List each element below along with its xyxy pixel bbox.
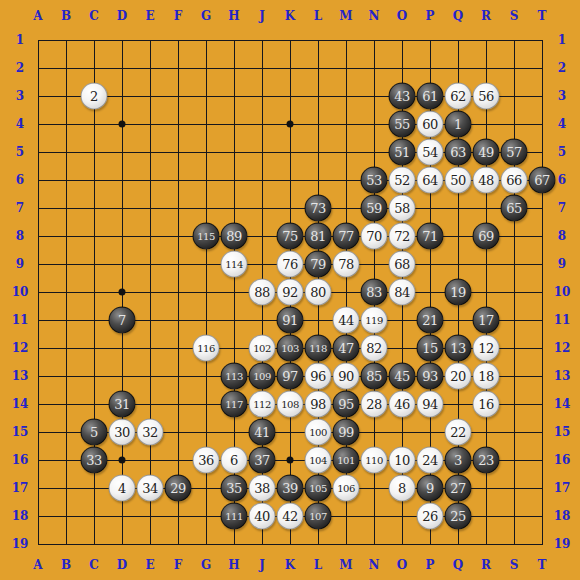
stone-number: 4 xyxy=(118,482,126,495)
stone-black-53-N6: 53 xyxy=(361,167,388,194)
stone-number: 80 xyxy=(310,286,326,299)
column-label-top-T: T xyxy=(538,10,547,22)
stone-black-13-Q12: 13 xyxy=(445,335,472,362)
stone-number: 3 xyxy=(454,454,462,467)
stone-white-60-P4: 60 xyxy=(417,111,444,138)
stone-black-47-M12: 47 xyxy=(333,335,360,362)
stone-number: 18 xyxy=(478,370,494,383)
star-point-D16 xyxy=(119,457,126,464)
stone-number: 49 xyxy=(478,146,494,159)
row-label-right-10: 10 xyxy=(554,286,571,298)
stone-number: 65 xyxy=(506,202,522,215)
stone-number: 94 xyxy=(422,398,438,411)
stone-number: 88 xyxy=(254,286,270,299)
row-label-right-3: 3 xyxy=(558,90,566,102)
stone-number: 42 xyxy=(282,510,298,523)
column-label-bottom-R: R xyxy=(481,559,491,571)
stone-number: 48 xyxy=(478,174,494,187)
column-label-bottom-E: E xyxy=(145,559,154,571)
row-label-left-9: 9 xyxy=(16,258,24,270)
column-label-bottom-L: L xyxy=(314,559,322,571)
stone-number: 27 xyxy=(450,482,466,495)
row-label-right-9: 9 xyxy=(558,258,566,270)
row-label-right-13: 13 xyxy=(554,370,571,382)
stone-white-38-J17: 38 xyxy=(249,475,276,502)
row-label-right-7: 7 xyxy=(558,202,566,214)
stone-number: 68 xyxy=(394,258,410,271)
stone-black-21-P11: 21 xyxy=(417,307,444,334)
stone-black-35-H17: 35 xyxy=(221,475,248,502)
stone-number: 45 xyxy=(394,370,410,383)
stone-white-58-O7: 58 xyxy=(389,195,416,222)
stone-number: 16 xyxy=(478,398,494,411)
stone-number: 21 xyxy=(422,314,438,327)
stone-number: 102 xyxy=(253,343,271,353)
stone-number: 39 xyxy=(282,482,298,495)
row-label-right-15: 15 xyxy=(554,426,571,438)
stone-number: 91 xyxy=(282,314,298,327)
stone-number: 26 xyxy=(422,510,438,523)
star-point-K16 xyxy=(287,457,294,464)
stone-number: 41 xyxy=(254,426,270,439)
column-label-top-S: S xyxy=(510,10,519,22)
stone-white-82-N12: 82 xyxy=(361,335,388,362)
stone-black-27-Q17: 27 xyxy=(445,475,472,502)
stone-number: 15 xyxy=(422,342,438,355)
stone-white-40-J18: 40 xyxy=(249,503,276,530)
stone-number: 23 xyxy=(478,454,494,467)
stone-white-90-M13: 90 xyxy=(333,363,360,390)
stone-number: 117 xyxy=(225,399,243,409)
stone-black-23-R16: 23 xyxy=(473,447,500,474)
stone-number: 52 xyxy=(394,174,410,187)
column-label-top-O: O xyxy=(397,10,407,22)
stone-black-118-L12: 118 xyxy=(305,335,332,362)
stone-black-91-K11: 91 xyxy=(277,307,304,334)
stone-number: 84 xyxy=(394,286,410,299)
stone-black-103-K12: 103 xyxy=(277,335,304,362)
column-label-top-F: F xyxy=(174,10,183,22)
stone-white-72-O8: 72 xyxy=(389,223,416,250)
stone-number: 69 xyxy=(478,230,494,243)
column-label-bottom-K: K xyxy=(285,559,295,571)
stone-black-59-N7: 59 xyxy=(361,195,388,222)
stone-number: 90 xyxy=(338,370,354,383)
column-label-top-R: R xyxy=(481,10,491,22)
row-label-left-14: 14 xyxy=(12,398,29,410)
stone-number: 31 xyxy=(114,398,130,411)
stone-white-26-P18: 26 xyxy=(417,503,444,530)
row-label-left-17: 17 xyxy=(12,482,29,494)
stone-black-9-P17: 9 xyxy=(417,475,444,502)
stone-number: 92 xyxy=(282,286,298,299)
stone-white-112-J14: 112 xyxy=(249,391,276,418)
column-label-top-G: G xyxy=(201,10,211,22)
column-label-bottom-T: T xyxy=(538,559,547,571)
stone-number: 37 xyxy=(254,454,270,467)
stone-number: 54 xyxy=(422,146,438,159)
row-label-right-19: 19 xyxy=(554,538,571,550)
row-label-left-19: 19 xyxy=(12,538,29,550)
column-label-top-K: K xyxy=(285,10,295,22)
stone-number: 55 xyxy=(394,118,410,131)
stone-number: 96 xyxy=(310,370,326,383)
stone-number: 46 xyxy=(394,398,410,411)
stone-black-49-R5: 49 xyxy=(473,139,500,166)
row-label-right-8: 8 xyxy=(558,230,566,242)
stone-number: 61 xyxy=(422,90,438,103)
stone-white-98-L14: 98 xyxy=(305,391,332,418)
stone-number: 40 xyxy=(254,510,270,523)
star-point-D10 xyxy=(119,289,126,296)
column-label-bottom-M: M xyxy=(339,559,352,571)
stone-white-84-O10: 84 xyxy=(389,279,416,306)
row-label-right-16: 16 xyxy=(554,454,571,466)
stone-black-55-O4: 55 xyxy=(389,111,416,138)
stone-white-48-R6: 48 xyxy=(473,167,500,194)
stone-white-42-K18: 42 xyxy=(277,503,304,530)
stone-white-4-D17: 4 xyxy=(109,475,136,502)
row-label-left-2: 2 xyxy=(16,62,24,74)
stone-black-57-S5: 57 xyxy=(501,139,528,166)
stone-number: 93 xyxy=(422,370,438,383)
stone-black-95-M14: 95 xyxy=(333,391,360,418)
stone-white-52-O6: 52 xyxy=(389,167,416,194)
stone-number: 115 xyxy=(197,231,215,241)
stone-white-70-N8: 70 xyxy=(361,223,388,250)
stone-number: 13 xyxy=(450,342,466,355)
stone-white-64-P6: 64 xyxy=(417,167,444,194)
stone-number: 103 xyxy=(281,343,299,353)
stone-number: 67 xyxy=(534,174,550,187)
column-label-top-Q: Q xyxy=(453,10,463,22)
column-label-bottom-P: P xyxy=(425,559,434,571)
stone-number: 89 xyxy=(226,230,242,243)
stone-black-51-O5: 51 xyxy=(389,139,416,166)
stone-number: 108 xyxy=(281,399,299,409)
stone-black-43-O3: 43 xyxy=(389,83,416,110)
star-point-K4 xyxy=(287,121,294,128)
row-label-right-6: 6 xyxy=(558,174,566,186)
stone-black-45-O13: 45 xyxy=(389,363,416,390)
column-label-bottom-G: G xyxy=(201,559,211,571)
column-label-top-A: A xyxy=(33,10,42,22)
stone-black-71-P8: 71 xyxy=(417,223,444,250)
stone-number: 53 xyxy=(366,174,382,187)
row-label-left-5: 5 xyxy=(16,146,24,158)
stone-number: 5 xyxy=(90,426,98,439)
star-point-D4 xyxy=(119,121,126,128)
stone-number: 19 xyxy=(450,286,466,299)
stone-black-69-R8: 69 xyxy=(473,223,500,250)
stone-black-113-H13: 113 xyxy=(221,363,248,390)
stone-number: 35 xyxy=(226,482,242,495)
stone-black-117-H14: 117 xyxy=(221,391,248,418)
stone-number: 34 xyxy=(142,482,158,495)
stone-black-111-H18: 111 xyxy=(221,503,248,530)
stone-black-19-Q10: 19 xyxy=(445,279,472,306)
row-label-right-12: 12 xyxy=(554,342,571,354)
stone-number: 38 xyxy=(254,482,270,495)
stone-number: 83 xyxy=(366,286,382,299)
row-label-right-11: 11 xyxy=(554,314,571,326)
row-label-right-5: 5 xyxy=(558,146,566,158)
column-label-bottom-D: D xyxy=(117,559,127,571)
stone-number: 56 xyxy=(478,90,494,103)
stone-number: 107 xyxy=(309,511,327,521)
stone-white-10-O16: 10 xyxy=(389,447,416,474)
column-label-top-P: P xyxy=(425,10,434,22)
stone-number: 70 xyxy=(366,230,382,243)
stone-white-88-J10: 88 xyxy=(249,279,276,306)
stone-white-76-K9: 76 xyxy=(277,251,304,278)
stone-white-100-L15: 100 xyxy=(305,419,332,446)
row-label-left-13: 13 xyxy=(12,370,29,382)
grid-line-vertical xyxy=(514,40,515,545)
row-label-left-12: 12 xyxy=(12,342,29,354)
stone-number: 82 xyxy=(366,342,382,355)
stone-white-104-L16: 104 xyxy=(305,447,332,474)
stone-number: 114 xyxy=(225,259,243,269)
stone-number: 30 xyxy=(114,426,130,439)
column-label-bottom-N: N xyxy=(369,559,380,571)
stone-black-93-P13: 93 xyxy=(417,363,444,390)
stone-black-97-K13: 97 xyxy=(277,363,304,390)
stone-black-7-D11: 7 xyxy=(109,307,136,334)
stone-number: 64 xyxy=(422,174,438,187)
column-label-top-N: N xyxy=(369,10,380,22)
stone-number: 1 xyxy=(454,118,462,131)
stone-black-29-F17: 29 xyxy=(165,475,192,502)
stone-number: 58 xyxy=(394,202,410,215)
column-label-bottom-J: J xyxy=(259,559,265,571)
column-label-top-M: M xyxy=(339,10,352,22)
stone-white-56-R3: 56 xyxy=(473,83,500,110)
stone-number: 7 xyxy=(118,314,126,327)
stone-white-6-H16: 6 xyxy=(221,447,248,474)
stone-number: 104 xyxy=(309,455,327,465)
stone-number: 28 xyxy=(366,398,382,411)
stone-black-25-Q18: 25 xyxy=(445,503,472,530)
stone-black-115-G8: 115 xyxy=(193,223,220,250)
column-label-top-J: J xyxy=(259,10,265,22)
row-label-right-4: 4 xyxy=(558,118,566,130)
stone-white-92-K10: 92 xyxy=(277,279,304,306)
row-label-left-7: 7 xyxy=(16,202,24,214)
column-label-bottom-B: B xyxy=(61,559,71,571)
column-label-top-L: L xyxy=(314,10,322,22)
row-label-left-15: 15 xyxy=(12,426,29,438)
row-label-left-11: 11 xyxy=(12,314,29,326)
stone-black-1-Q4: 1 xyxy=(445,111,472,138)
stone-number: 63 xyxy=(450,146,466,159)
stone-number: 76 xyxy=(282,258,298,271)
stone-number: 20 xyxy=(450,370,466,383)
column-label-bottom-Q: Q xyxy=(453,559,463,571)
stone-number: 109 xyxy=(253,371,271,381)
stone-black-89-H8: 89 xyxy=(221,223,248,250)
stone-black-75-K8: 75 xyxy=(277,223,304,250)
stone-black-63-Q5: 63 xyxy=(445,139,472,166)
stone-black-81-L8: 81 xyxy=(305,223,332,250)
grid-line-vertical xyxy=(542,40,543,545)
stone-black-109-J13: 109 xyxy=(249,363,276,390)
stone-number: 119 xyxy=(365,315,383,325)
stone-white-54-P5: 54 xyxy=(417,139,444,166)
stone-white-32-E15: 32 xyxy=(137,419,164,446)
stone-number: 51 xyxy=(394,146,410,159)
stone-white-119-N11: 119 xyxy=(361,307,388,334)
stone-white-110-N16: 110 xyxy=(361,447,388,474)
stone-number: 78 xyxy=(338,258,354,271)
stone-number: 32 xyxy=(142,426,158,439)
stone-black-67-T6: 67 xyxy=(529,167,556,194)
stone-black-79-L9: 79 xyxy=(305,251,332,278)
stone-black-41-J15: 41 xyxy=(249,419,276,446)
stone-black-73-L7: 73 xyxy=(305,195,332,222)
column-label-top-C: C xyxy=(89,10,99,22)
stone-white-50-Q6: 50 xyxy=(445,167,472,194)
stone-white-94-P14: 94 xyxy=(417,391,444,418)
stone-white-2-C3: 2 xyxy=(81,83,108,110)
stone-white-20-Q13: 20 xyxy=(445,363,472,390)
stone-number: 60 xyxy=(422,118,438,131)
stone-number: 105 xyxy=(309,483,327,493)
stone-black-107-L18: 107 xyxy=(305,503,332,530)
stone-number: 17 xyxy=(478,314,494,327)
column-label-top-D: D xyxy=(117,10,127,22)
stone-number: 75 xyxy=(282,230,298,243)
stone-white-34-E17: 34 xyxy=(137,475,164,502)
stone-black-85-N13: 85 xyxy=(361,363,388,390)
stone-number: 43 xyxy=(394,90,410,103)
stone-number: 72 xyxy=(394,230,410,243)
stone-black-65-S7: 65 xyxy=(501,195,528,222)
stone-number: 29 xyxy=(170,482,186,495)
stone-black-83-N10: 83 xyxy=(361,279,388,306)
stone-number: 25 xyxy=(450,510,466,523)
stone-number: 98 xyxy=(310,398,326,411)
stone-black-105-L17: 105 xyxy=(305,475,332,502)
stone-number: 81 xyxy=(310,230,326,243)
stone-number: 50 xyxy=(450,174,466,187)
stone-white-114-H9: 114 xyxy=(221,251,248,278)
stone-number: 22 xyxy=(450,426,466,439)
stone-black-15-P12: 15 xyxy=(417,335,444,362)
stone-white-24-P16: 24 xyxy=(417,447,444,474)
stone-black-61-P3: 61 xyxy=(417,83,444,110)
stone-number: 77 xyxy=(338,230,354,243)
stone-number: 118 xyxy=(309,343,327,353)
row-label-left-1: 1 xyxy=(16,34,24,46)
stone-number: 47 xyxy=(338,342,354,355)
stone-white-46-O14: 46 xyxy=(389,391,416,418)
stone-black-77-M8: 77 xyxy=(333,223,360,250)
column-label-top-H: H xyxy=(228,10,239,22)
stone-black-3-Q16: 3 xyxy=(445,447,472,474)
row-label-left-16: 16 xyxy=(12,454,29,466)
stone-number: 97 xyxy=(282,370,298,383)
stone-white-36-G16: 36 xyxy=(193,447,220,474)
column-label-top-E: E xyxy=(145,10,154,22)
stone-number: 33 xyxy=(86,454,102,467)
column-label-bottom-S: S xyxy=(510,559,519,571)
stone-black-17-R11: 17 xyxy=(473,307,500,334)
stone-number: 111 xyxy=(225,511,243,521)
column-label-bottom-O: O xyxy=(397,559,407,571)
stone-white-28-N14: 28 xyxy=(361,391,388,418)
stone-black-5-C15: 5 xyxy=(81,419,108,446)
row-label-left-10: 10 xyxy=(12,286,29,298)
stone-number: 10 xyxy=(394,454,410,467)
stone-number: 113 xyxy=(225,371,243,381)
row-label-left-18: 18 xyxy=(12,510,29,522)
go-board[interactable]: ABCDEFGHJKLMNOPQRST ABCDEFGHJKLMNOPQRST … xyxy=(0,0,580,580)
row-label-right-14: 14 xyxy=(554,398,571,410)
stone-number: 110 xyxy=(365,455,383,465)
stone-white-106-M17: 106 xyxy=(333,475,360,502)
stone-number: 59 xyxy=(366,202,382,215)
stone-number: 66 xyxy=(506,174,522,187)
stone-number: 24 xyxy=(422,454,438,467)
column-label-top-B: B xyxy=(61,10,71,22)
stone-white-44-M11: 44 xyxy=(333,307,360,334)
stone-white-16-R14: 16 xyxy=(473,391,500,418)
row-label-right-2: 2 xyxy=(558,62,566,74)
row-label-left-8: 8 xyxy=(16,230,24,242)
stone-number: 99 xyxy=(338,426,354,439)
stone-white-18-R13: 18 xyxy=(473,363,500,390)
stone-black-101-M16: 101 xyxy=(333,447,360,474)
stone-number: 12 xyxy=(478,342,494,355)
stone-number: 106 xyxy=(337,483,355,493)
stone-number: 8 xyxy=(398,482,406,495)
row-label-left-3: 3 xyxy=(16,90,24,102)
stone-black-31-D14: 31 xyxy=(109,391,136,418)
stone-number: 101 xyxy=(337,455,355,465)
row-label-left-6: 6 xyxy=(16,174,24,186)
stone-number: 79 xyxy=(310,258,326,271)
stone-number: 100 xyxy=(309,427,327,437)
stone-white-102-J12: 102 xyxy=(249,335,276,362)
stone-number: 62 xyxy=(450,90,466,103)
stone-white-108-K14: 108 xyxy=(277,391,304,418)
stone-number: 36 xyxy=(198,454,214,467)
stone-number: 2 xyxy=(90,90,98,103)
stone-white-12-R12: 12 xyxy=(473,335,500,362)
stone-number: 85 xyxy=(366,370,382,383)
stone-white-80-L10: 80 xyxy=(305,279,332,306)
stone-white-116-G12: 116 xyxy=(193,335,220,362)
stone-number: 73 xyxy=(310,202,326,215)
stone-white-68-O9: 68 xyxy=(389,251,416,278)
stone-white-62-Q3: 62 xyxy=(445,83,472,110)
stone-number: 44 xyxy=(338,314,354,327)
row-label-right-17: 17 xyxy=(554,482,571,494)
row-label-left-4: 4 xyxy=(16,118,24,130)
stone-black-37-J16: 37 xyxy=(249,447,276,474)
stone-black-33-C16: 33 xyxy=(81,447,108,474)
stone-white-96-L13: 96 xyxy=(305,363,332,390)
stone-number: 112 xyxy=(253,399,271,409)
row-label-right-18: 18 xyxy=(554,510,571,522)
column-label-bottom-A: A xyxy=(33,559,42,571)
stone-number: 9 xyxy=(426,482,434,495)
column-label-bottom-H: H xyxy=(228,559,239,571)
stone-number: 6 xyxy=(230,454,238,467)
stone-white-8-O17: 8 xyxy=(389,475,416,502)
stone-number: 71 xyxy=(422,230,438,243)
